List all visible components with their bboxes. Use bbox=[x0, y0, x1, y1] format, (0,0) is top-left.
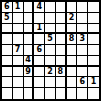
cell-r3c5-empty[interactable] bbox=[45, 24, 56, 35]
cell-r8c9-given: 1 bbox=[88, 77, 99, 88]
cell-r3c6-empty[interactable] bbox=[56, 24, 67, 35]
cell-r9c7-empty[interactable] bbox=[67, 88, 78, 99]
cell-r8c7-empty[interactable] bbox=[67, 77, 78, 88]
cell-r8c2-empty[interactable] bbox=[13, 77, 24, 88]
cell-r5c4-given: 6 bbox=[34, 45, 45, 56]
cell-r9c5-empty[interactable] bbox=[45, 88, 56, 99]
cell-r2c1-given: 5 bbox=[2, 13, 13, 24]
cell-r1c5-empty[interactable] bbox=[45, 2, 56, 13]
cell-r4c6-empty[interactable] bbox=[56, 34, 67, 45]
cell-r1c9-empty[interactable] bbox=[88, 2, 99, 13]
cell-r9c1-empty[interactable] bbox=[2, 88, 13, 99]
cell-r1c2-given: 1 bbox=[13, 2, 24, 13]
cell-r9c9-empty[interactable] bbox=[88, 88, 99, 99]
cell-r4c9-empty[interactable] bbox=[88, 34, 99, 45]
cell-r1c3-empty[interactable] bbox=[24, 2, 35, 13]
cell-r5c5-empty[interactable] bbox=[45, 45, 56, 56]
cell-r3c4-given: 1 bbox=[34, 24, 45, 35]
cell-r6c1-empty[interactable] bbox=[2, 56, 13, 67]
cell-r7c4-empty[interactable] bbox=[34, 67, 45, 78]
cell-r5c2-given: 7 bbox=[13, 45, 24, 56]
cell-r2c5-empty[interactable] bbox=[45, 13, 56, 24]
cell-r5c8-empty[interactable] bbox=[77, 45, 88, 56]
cell-r2c3-empty[interactable] bbox=[24, 13, 35, 24]
cell-r4c4-empty[interactable] bbox=[34, 34, 45, 45]
cell-r9c6-empty[interactable] bbox=[56, 88, 67, 99]
cell-r6c4-empty[interactable] bbox=[34, 56, 45, 67]
cell-r7c3-given: 9 bbox=[24, 67, 35, 78]
cell-r6c2-empty[interactable] bbox=[13, 56, 24, 67]
cell-r4c7-given: 8 bbox=[67, 34, 78, 45]
cell-r4c1-empty[interactable] bbox=[2, 34, 13, 45]
cell-r1c6-empty[interactable] bbox=[56, 2, 67, 13]
cell-r8c5-empty[interactable] bbox=[45, 77, 56, 88]
cell-r3c3-empty[interactable] bbox=[24, 24, 35, 35]
cell-r7c6-given: 8 bbox=[56, 67, 67, 78]
cell-r7c7-empty[interactable] bbox=[67, 67, 78, 78]
cell-r2c6-empty[interactable] bbox=[56, 13, 67, 24]
cell-r6c6-empty[interactable] bbox=[56, 56, 67, 67]
cell-r6c5-empty[interactable] bbox=[45, 56, 56, 67]
cell-r3c1-empty[interactable] bbox=[2, 24, 13, 35]
cell-r7c5-given: 2 bbox=[45, 67, 56, 78]
cell-r5c3-empty[interactable] bbox=[24, 45, 35, 56]
cell-r4c2-empty[interactable] bbox=[13, 34, 24, 45]
cell-r4c5-given: 5 bbox=[45, 34, 56, 45]
cell-r8c1-empty[interactable] bbox=[2, 77, 13, 88]
cell-r7c9-empty[interactable] bbox=[88, 67, 99, 78]
cell-r1c4-given: 4 bbox=[34, 2, 45, 13]
cell-r5c7-empty[interactable] bbox=[67, 45, 78, 56]
cell-r5c9-empty[interactable] bbox=[88, 45, 99, 56]
cell-r8c4-empty[interactable] bbox=[34, 77, 45, 88]
cell-r1c7-empty[interactable] bbox=[67, 2, 78, 13]
cell-r8c3-empty[interactable] bbox=[24, 77, 35, 88]
cell-r4c8-given: 3 bbox=[77, 34, 88, 45]
cell-r6c3-given: 4 bbox=[24, 56, 35, 67]
cell-r9c8-empty[interactable] bbox=[77, 88, 88, 99]
cell-r5c6-empty[interactable] bbox=[56, 45, 67, 56]
cell-r6c9-empty[interactable] bbox=[88, 56, 99, 67]
cell-r2c7-given: 2 bbox=[67, 13, 78, 24]
cell-r2c4-empty[interactable] bbox=[34, 13, 45, 24]
cell-r1c1-given: 6 bbox=[2, 2, 13, 13]
cell-r8c8-given: 6 bbox=[77, 77, 88, 88]
cell-r9c2-empty[interactable] bbox=[13, 88, 24, 99]
cell-r9c4-empty[interactable] bbox=[34, 88, 45, 99]
cell-r7c2-empty[interactable] bbox=[13, 67, 24, 78]
cell-r2c8-empty[interactable] bbox=[77, 13, 88, 24]
cell-r5c1-empty[interactable] bbox=[2, 45, 13, 56]
sudoku-board: 61452158376492861 bbox=[0, 0, 101, 101]
cell-r3c2-empty[interactable] bbox=[13, 24, 24, 35]
cell-r1c8-empty[interactable] bbox=[77, 2, 88, 13]
cell-r6c8-empty[interactable] bbox=[77, 56, 88, 67]
cell-r3c7-empty[interactable] bbox=[67, 24, 78, 35]
cell-r4c3-empty[interactable] bbox=[24, 34, 35, 45]
cell-r2c2-empty[interactable] bbox=[13, 13, 24, 24]
cell-r9c3-empty[interactable] bbox=[24, 88, 35, 99]
cell-r2c9-empty[interactable] bbox=[88, 13, 99, 24]
cell-r7c8-empty[interactable] bbox=[77, 67, 88, 78]
cell-r6c7-empty[interactable] bbox=[67, 56, 78, 67]
cell-r3c9-empty[interactable] bbox=[88, 24, 99, 35]
cell-r3c8-empty[interactable] bbox=[77, 24, 88, 35]
cell-r8c6-empty[interactable] bbox=[56, 77, 67, 88]
cell-r7c1-empty[interactable] bbox=[2, 67, 13, 78]
